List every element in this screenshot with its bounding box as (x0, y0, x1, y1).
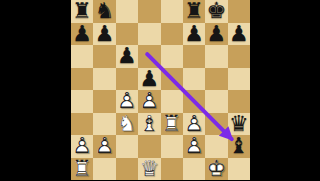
square-g8[interactable]: ♚ (205, 0, 227, 23)
square-c3[interactable]: ♞♘ (116, 113, 138, 136)
square-e7[interactable] (161, 23, 183, 46)
piece-outline-glyph: ♕ (139, 158, 159, 180)
square-a3[interactable] (71, 113, 93, 136)
square-b4[interactable] (93, 90, 115, 113)
piece-white-pawn: ♟♙ (71, 135, 93, 158)
piece-white-rook: ♜♖ (71, 158, 93, 181)
piece-black-pawn: ♟ (116, 45, 138, 68)
square-g7[interactable]: ♟ (205, 23, 227, 46)
piece-black-queen: ♛ (228, 113, 250, 136)
piece-black-rook: ♜ (183, 0, 205, 23)
square-a6[interactable] (71, 45, 93, 68)
piece-outline-glyph: ♙ (184, 113, 204, 135)
square-e1[interactable] (161, 158, 183, 181)
square-f6[interactable] (183, 45, 205, 68)
square-c6[interactable]: ♟ (116, 45, 138, 68)
square-e4[interactable] (161, 90, 183, 113)
square-b5[interactable] (93, 68, 115, 91)
square-a1[interactable]: ♜♖ (71, 158, 93, 181)
square-f7[interactable]: ♟ (183, 23, 205, 46)
piece-black-pawn: ♟ (93, 23, 115, 46)
square-a8[interactable]: ♜ (71, 0, 93, 23)
square-f5[interactable] (183, 68, 205, 91)
piece-outline-glyph: ♙ (184, 135, 204, 157)
square-c4[interactable]: ♟♙ (116, 90, 138, 113)
square-c1[interactable] (116, 158, 138, 181)
square-e5[interactable] (161, 68, 183, 91)
piece-white-pawn: ♟♙ (183, 113, 205, 136)
piece-white-king: ♚♔ (205, 158, 227, 181)
piece-black-pawn: ♟ (183, 23, 205, 46)
piece-outline-glyph: ♗ (139, 113, 159, 135)
square-d5[interactable]: ♟ (138, 68, 160, 91)
square-h6[interactable] (228, 45, 250, 68)
piece-white-pawn: ♟♙ (93, 135, 115, 158)
square-c8[interactable] (116, 0, 138, 23)
square-d4[interactable]: ♟♙ (138, 90, 160, 113)
square-d2[interactable] (138, 135, 160, 158)
square-b3[interactable] (93, 113, 115, 136)
piece-black-bishop: ♝ (228, 135, 250, 158)
piece-outline-glyph: ♔ (207, 158, 227, 180)
square-g5[interactable] (205, 68, 227, 91)
square-a7[interactable]: ♟ (71, 23, 93, 46)
square-g3[interactable] (205, 113, 227, 136)
square-a5[interactable] (71, 68, 93, 91)
square-h8[interactable] (228, 0, 250, 23)
chess-board: ♜♞♜♚♟♟♟♟♟♟♟♟♙♟♙♞♘♝♗♜♖♟♙♛♟♙♟♙♟♙♝♜♖♛♕♚♔ (71, 0, 250, 180)
square-d6[interactable] (138, 45, 160, 68)
square-f3[interactable]: ♟♙ (183, 113, 205, 136)
square-h4[interactable] (228, 90, 250, 113)
square-d3[interactable]: ♝♗ (138, 113, 160, 136)
square-b1[interactable] (93, 158, 115, 181)
square-b8[interactable]: ♞ (93, 0, 115, 23)
square-e3[interactable]: ♜♖ (161, 113, 183, 136)
square-g6[interactable] (205, 45, 227, 68)
piece-white-rook: ♜♖ (161, 113, 183, 136)
square-h7[interactable]: ♟ (228, 23, 250, 46)
piece-white-bishop: ♝♗ (138, 113, 160, 136)
piece-outline-glyph: ♙ (117, 90, 137, 112)
square-d1[interactable]: ♛♕ (138, 158, 160, 181)
piece-outline-glyph: ♖ (72, 158, 92, 180)
video-frame: ♜♞♜♚♟♟♟♟♟♟♟♟♙♟♙♞♘♝♗♜♖♟♙♛♟♙♟♙♟♙♝♜♖♛♕♚♔ (0, 0, 320, 180)
piece-black-knight: ♞ (93, 0, 115, 23)
piece-black-pawn: ♟ (138, 68, 160, 91)
square-b6[interactable] (93, 45, 115, 68)
piece-outline-glyph: ♙ (72, 135, 92, 157)
piece-white-pawn: ♟♙ (183, 135, 205, 158)
square-f8[interactable]: ♜ (183, 0, 205, 23)
square-c2[interactable] (116, 135, 138, 158)
piece-white-knight: ♞♘ (116, 113, 138, 136)
square-h5[interactable] (228, 68, 250, 91)
piece-white-queen: ♛♕ (138, 158, 160, 181)
square-f2[interactable]: ♟♙ (183, 135, 205, 158)
square-a4[interactable] (71, 90, 93, 113)
piece-black-rook: ♜ (71, 0, 93, 23)
piece-black-king: ♚ (205, 0, 227, 23)
piece-white-pawn: ♟♙ (116, 90, 138, 113)
piece-outline-glyph: ♙ (95, 135, 115, 157)
piece-outline-glyph: ♖ (162, 113, 182, 135)
piece-white-pawn: ♟♙ (138, 90, 160, 113)
square-e2[interactable] (161, 135, 183, 158)
piece-outline-glyph: ♙ (139, 90, 159, 112)
square-f4[interactable] (183, 90, 205, 113)
piece-black-pawn: ♟ (205, 23, 227, 46)
square-h1[interactable] (228, 158, 250, 181)
square-e6[interactable] (161, 45, 183, 68)
square-a2[interactable]: ♟♙ (71, 135, 93, 158)
square-c5[interactable] (116, 68, 138, 91)
square-g4[interactable] (205, 90, 227, 113)
square-d7[interactable] (138, 23, 160, 46)
square-b7[interactable]: ♟ (93, 23, 115, 46)
square-g1[interactable]: ♚♔ (205, 158, 227, 181)
square-f1[interactable] (183, 158, 205, 181)
square-c7[interactable] (116, 23, 138, 46)
square-h3[interactable]: ♛ (228, 113, 250, 136)
square-d8[interactable] (138, 0, 160, 23)
square-b2[interactable]: ♟♙ (93, 135, 115, 158)
square-g2[interactable] (205, 135, 227, 158)
piece-black-pawn: ♟ (228, 23, 250, 46)
piece-black-pawn: ♟ (71, 23, 93, 46)
square-e8[interactable] (161, 0, 183, 23)
square-h2[interactable]: ♝ (228, 135, 250, 158)
piece-outline-glyph: ♘ (117, 113, 137, 135)
